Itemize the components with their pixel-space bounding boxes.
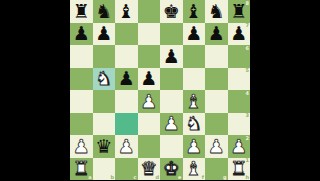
square-c7[interactable] xyxy=(115,23,138,46)
square-g7[interactable]: ♟ xyxy=(205,23,228,46)
square-c3[interactable] xyxy=(115,113,138,136)
rank-label-1: 1 xyxy=(246,158,249,163)
square-h2[interactable]: ♟2 xyxy=(228,135,251,158)
piece-black-rook[interactable]: ♜ xyxy=(73,1,90,20)
left-letterbox-bar xyxy=(0,0,70,180)
square-g4[interactable] xyxy=(205,90,228,113)
piece-white-bishop[interactable]: ♝ xyxy=(185,159,202,178)
square-d8[interactable] xyxy=(138,0,161,23)
square-b1[interactable]: b xyxy=(93,158,116,181)
square-h8[interactable]: ♜8 xyxy=(228,0,251,23)
chess-board[interactable]: ♜♞♝♚♝♞♜8♟♟♟♟♟7♟6♞♟♟5♟♝4♟♞3♟♛♟♟♟♟2♜abc♛d♚… xyxy=(70,0,250,180)
rank-label-4: 4 xyxy=(246,91,249,96)
piece-black-king[interactable]: ♚ xyxy=(163,1,180,20)
piece-black-pawn[interactable]: ♟ xyxy=(208,24,225,43)
square-d2[interactable] xyxy=(138,135,161,158)
square-e6[interactable]: ♟ xyxy=(160,45,183,68)
square-d1[interactable]: ♛d xyxy=(138,158,161,181)
file-label-g: g xyxy=(223,175,227,180)
right-letterbox-bar xyxy=(250,0,320,180)
file-label-b: b xyxy=(110,175,114,180)
square-g5[interactable] xyxy=(205,68,228,91)
square-f7[interactable]: ♟ xyxy=(183,23,206,46)
piece-black-knight[interactable]: ♞ xyxy=(208,1,225,20)
square-g3[interactable] xyxy=(205,113,228,136)
square-h4[interactable]: 4 xyxy=(228,90,251,113)
rank-label-8: 8 xyxy=(246,1,249,6)
square-b8[interactable]: ♞ xyxy=(93,0,116,23)
square-g2[interactable]: ♟ xyxy=(205,135,228,158)
square-h1[interactable]: ♜h1 xyxy=(228,158,251,181)
square-f4[interactable]: ♝ xyxy=(183,90,206,113)
square-c2[interactable]: ♟ xyxy=(115,135,138,158)
square-a5[interactable] xyxy=(70,68,93,91)
square-d6[interactable] xyxy=(138,45,161,68)
square-d5[interactable]: ♟ xyxy=(138,68,161,91)
square-e5[interactable] xyxy=(160,68,183,91)
piece-white-knight[interactable]: ♞ xyxy=(95,69,112,88)
piece-black-bishop[interactable]: ♝ xyxy=(185,1,202,20)
square-f1[interactable]: ♝f xyxy=(183,158,206,181)
square-e1[interactable]: ♚e xyxy=(160,158,183,181)
square-b3[interactable] xyxy=(93,113,116,136)
square-f5[interactable] xyxy=(183,68,206,91)
square-e3[interactable]: ♟ xyxy=(160,113,183,136)
file-label-a: a xyxy=(88,175,91,180)
square-h6[interactable]: 6 xyxy=(228,45,251,68)
square-f6[interactable] xyxy=(183,45,206,68)
piece-white-pawn[interactable]: ♟ xyxy=(140,91,157,110)
piece-black-pawn[interactable]: ♟ xyxy=(163,46,180,65)
square-c1[interactable]: c xyxy=(115,158,138,181)
rank-label-3: 3 xyxy=(246,113,249,118)
square-a7[interactable]: ♟ xyxy=(70,23,93,46)
square-b6[interactable] xyxy=(93,45,116,68)
piece-white-pawn[interactable]: ♟ xyxy=(163,114,180,133)
square-a1[interactable]: ♜a xyxy=(70,158,93,181)
square-e2[interactable] xyxy=(160,135,183,158)
rank-label-6: 6 xyxy=(246,46,249,51)
square-b7[interactable]: ♟ xyxy=(93,23,116,46)
square-b4[interactable] xyxy=(93,90,116,113)
square-a4[interactable] xyxy=(70,90,93,113)
piece-black-bishop[interactable]: ♝ xyxy=(118,1,135,20)
rank-label-5: 5 xyxy=(246,68,249,73)
file-label-d: d xyxy=(155,175,159,180)
file-label-h: h xyxy=(245,175,249,180)
square-d7[interactable] xyxy=(138,23,161,46)
square-a2[interactable]: ♟ xyxy=(70,135,93,158)
square-g8[interactable]: ♞ xyxy=(205,0,228,23)
file-label-f: f xyxy=(202,175,204,180)
piece-white-knight[interactable]: ♞ xyxy=(185,114,202,133)
square-b5[interactable]: ♞ xyxy=(93,68,116,91)
piece-black-pawn[interactable]: ♟ xyxy=(118,69,135,88)
square-f2[interactable]: ♟ xyxy=(183,135,206,158)
square-c4[interactable] xyxy=(115,90,138,113)
piece-black-knight[interactable]: ♞ xyxy=(95,1,112,20)
rank-label-2: 2 xyxy=(246,136,249,141)
square-a8[interactable]: ♜ xyxy=(70,0,93,23)
file-label-e: e xyxy=(178,175,181,180)
square-d3[interactable] xyxy=(138,113,161,136)
square-e7[interactable] xyxy=(160,23,183,46)
square-a3[interactable] xyxy=(70,113,93,136)
piece-white-pawn[interactable]: ♟ xyxy=(118,136,135,155)
square-c5[interactable]: ♟ xyxy=(115,68,138,91)
piece-black-pawn[interactable]: ♟ xyxy=(95,24,112,43)
rank-label-7: 7 xyxy=(246,23,249,28)
square-c8[interactable]: ♝ xyxy=(115,0,138,23)
square-e4[interactable] xyxy=(160,90,183,113)
square-h5[interactable]: 5 xyxy=(228,68,251,91)
square-e8[interactable]: ♚ xyxy=(160,0,183,23)
square-h3[interactable]: 3 xyxy=(228,113,251,136)
square-b2[interactable]: ♛ xyxy=(93,135,116,158)
square-h7[interactable]: ♟7 xyxy=(228,23,251,46)
square-c6[interactable] xyxy=(115,45,138,68)
piece-white-pawn[interactable]: ♟ xyxy=(185,136,202,155)
piece-black-queen[interactable]: ♛ xyxy=(95,136,112,155)
piece-black-pawn[interactable]: ♟ xyxy=(140,69,157,88)
piece-white-pawn[interactable]: ♟ xyxy=(73,136,90,155)
piece-black-pawn[interactable]: ♟ xyxy=(73,24,90,43)
letterbox-stage: ♜♞♝♚♝♞♜8♟♟♟♟♟7♟6♞♟♟5♟♝4♟♞3♟♛♟♟♟♟2♜abc♛d♚… xyxy=(0,0,320,180)
square-d4[interactable]: ♟ xyxy=(138,90,161,113)
piece-white-bishop[interactable]: ♝ xyxy=(185,91,202,110)
piece-black-pawn[interactable]: ♟ xyxy=(185,24,202,43)
square-g6[interactable] xyxy=(205,45,228,68)
square-g1[interactable]: g xyxy=(205,158,228,181)
square-a6[interactable] xyxy=(70,45,93,68)
file-label-c: c xyxy=(134,175,137,180)
square-f3[interactable]: ♞ xyxy=(183,113,206,136)
piece-white-pawn[interactable]: ♟ xyxy=(208,136,225,155)
square-f8[interactable]: ♝ xyxy=(183,0,206,23)
